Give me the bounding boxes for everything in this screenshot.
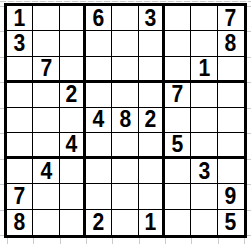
cell-r4c6[interactable] <box>139 83 165 108</box>
screenshot: 16373871274824543798215 <box>0 0 251 244</box>
cell-r5c5: 8 <box>112 108 138 133</box>
given-digit: 7 <box>225 7 237 30</box>
cell-r6c3: 4 <box>60 133 86 159</box>
given-digit: 4 <box>40 160 52 183</box>
given-digit: 8 <box>225 32 237 55</box>
cell-r5c8[interactable] <box>191 108 217 133</box>
given-digit: 2 <box>65 83 77 106</box>
cell-r9c1: 8 <box>7 210 33 235</box>
cell-r4c4[interactable] <box>86 83 112 108</box>
given-digit: 5 <box>225 211 237 234</box>
cell-r4c5[interactable] <box>112 83 138 108</box>
cell-r8c3[interactable] <box>60 184 86 209</box>
given-digit: 9 <box>225 185 237 208</box>
spreadsheet-gridline-tick <box>191 238 192 244</box>
spreadsheet-gridline-top <box>0 1 251 2</box>
cell-r1c2[interactable] <box>33 6 59 31</box>
cell-r2c5[interactable] <box>112 31 138 56</box>
cell-r9c4: 2 <box>86 210 112 235</box>
cell-r3c8: 1 <box>191 57 217 83</box>
cell-r9c7[interactable] <box>165 210 191 235</box>
cell-r1c3[interactable] <box>60 6 86 31</box>
spreadsheet-gridline-tick <box>86 238 87 244</box>
cell-r3c1[interactable] <box>7 57 33 83</box>
given-digit: 7 <box>40 57 52 80</box>
spreadsheet-gridline-tick <box>247 108 251 109</box>
cell-r9c3[interactable] <box>60 210 86 235</box>
cell-r2c7[interactable] <box>165 31 191 56</box>
spreadsheet-gridline-tick <box>0 108 4 109</box>
cell-r3c5[interactable] <box>112 57 138 83</box>
spreadsheet-gridline-tick <box>7 238 8 244</box>
cell-r8c9: 9 <box>218 184 244 209</box>
cell-r5c7[interactable] <box>165 108 191 133</box>
cell-r5c1[interactable] <box>7 108 33 133</box>
cell-r1c7[interactable] <box>165 6 191 31</box>
spreadsheet-gridline-tick <box>247 82 251 83</box>
cell-r4c9[interactable] <box>218 83 244 108</box>
cell-r6c2[interactable] <box>33 133 59 159</box>
spreadsheet-gridline-tick <box>0 159 4 160</box>
cell-r2c2[interactable] <box>33 31 59 56</box>
spreadsheet-gridline-tick <box>244 238 245 244</box>
spreadsheet-gridline-tick <box>247 159 251 160</box>
spreadsheet-gridline-tick <box>165 238 166 244</box>
given-digit: 2 <box>93 211 105 234</box>
spreadsheet-gridline-tick <box>247 31 251 32</box>
spreadsheet-gridline-tick <box>218 238 219 244</box>
spreadsheet-gridline-tick <box>60 238 61 244</box>
cell-r8c5[interactable] <box>112 184 138 209</box>
cell-r3c4[interactable] <box>86 57 112 83</box>
given-digit: 1 <box>198 57 210 80</box>
spreadsheet-gridline-tick <box>247 6 251 7</box>
cell-r6c7: 5 <box>165 133 191 159</box>
cell-r3c7[interactable] <box>165 57 191 83</box>
cell-r5c4: 4 <box>86 108 112 133</box>
given-digit: 7 <box>172 83 184 106</box>
given-digit: 3 <box>198 160 210 183</box>
cell-r6c4[interactable] <box>86 133 112 159</box>
given-digit: 5 <box>172 133 184 156</box>
cell-r9c6: 1 <box>139 210 165 235</box>
cell-r1c5[interactable] <box>112 6 138 31</box>
cell-r6c5[interactable] <box>112 133 138 159</box>
given-digit: 1 <box>144 211 156 234</box>
cell-r4c8[interactable] <box>191 83 217 108</box>
cell-r1c4: 6 <box>86 6 112 31</box>
cell-r8c2[interactable] <box>33 184 59 209</box>
cell-r2c9: 8 <box>218 31 244 56</box>
cell-r3c3[interactable] <box>60 57 86 83</box>
spreadsheet-gridline-tick <box>0 210 4 211</box>
cell-r7c8: 3 <box>191 159 217 184</box>
cell-r8c4[interactable] <box>86 184 112 209</box>
spreadsheet-gridline-tick <box>247 57 251 58</box>
cell-r8c6[interactable] <box>139 184 165 209</box>
spreadsheet-gridline-tick <box>0 235 4 236</box>
cell-r3c6[interactable] <box>139 57 165 83</box>
given-digit: 4 <box>93 108 105 131</box>
cell-r1c9: 7 <box>218 6 244 31</box>
cell-r5c9[interactable] <box>218 108 244 133</box>
spreadsheet-gridline-tick <box>0 184 4 185</box>
cell-r9c5[interactable] <box>112 210 138 235</box>
cell-r8c8[interactable] <box>191 184 217 209</box>
spreadsheet-gridline-tick <box>139 238 140 244</box>
cell-r7c7[interactable] <box>165 159 191 184</box>
given-digit: 3 <box>14 32 26 55</box>
given-digit: 7 <box>14 185 26 208</box>
cell-r5c2[interactable] <box>33 108 59 133</box>
cell-r8c1: 7 <box>7 184 33 209</box>
given-digit: 8 <box>14 211 26 234</box>
spreadsheet-gridline-tick <box>0 133 4 134</box>
given-digit: 3 <box>144 7 156 30</box>
sudoku-board: 16373871274824543798215 <box>4 3 247 238</box>
spreadsheet-gridline-tick <box>33 238 34 244</box>
cell-r4c1[interactable] <box>7 83 33 108</box>
cell-r7c6[interactable] <box>139 159 165 184</box>
spreadsheet-gridline-tick <box>247 210 251 211</box>
spreadsheet-gridline-tick <box>0 57 4 58</box>
cell-r7c2: 4 <box>33 159 59 184</box>
spreadsheet-gridline-tick <box>0 31 4 32</box>
given-digit: 8 <box>119 108 131 131</box>
cell-r7c1[interactable] <box>7 159 33 184</box>
cell-r9c2[interactable] <box>33 210 59 235</box>
given-digit: 6 <box>93 7 105 30</box>
cell-r1c8[interactable] <box>191 6 217 31</box>
cell-r2c4[interactable] <box>86 31 112 56</box>
cell-r3c9[interactable] <box>218 57 244 83</box>
given-digit: 2 <box>144 108 156 131</box>
cell-r2c8[interactable] <box>191 31 217 56</box>
cell-r7c4[interactable] <box>86 159 112 184</box>
cell-r8c7[interactable] <box>165 184 191 209</box>
cell-r6c9[interactable] <box>218 133 244 159</box>
cell-r5c6: 2 <box>139 108 165 133</box>
given-digit: 4 <box>65 133 77 156</box>
cell-r2c6[interactable] <box>139 31 165 56</box>
cell-r9c8[interactable] <box>191 210 217 235</box>
cell-r7c5[interactable] <box>112 159 138 184</box>
cell-r4c3: 2 <box>60 83 86 108</box>
cell-r3c2: 7 <box>33 57 59 83</box>
cell-r1c6: 3 <box>139 6 165 31</box>
cell-r2c1: 3 <box>7 31 33 56</box>
spreadsheet-gridline-tick <box>0 6 4 7</box>
spreadsheet-gridline-tick <box>0 82 4 83</box>
cell-r9c9: 5 <box>218 210 244 235</box>
cell-r7c9[interactable] <box>218 159 244 184</box>
cell-r5c3[interactable] <box>60 108 86 133</box>
cell-r6c1[interactable] <box>7 133 33 159</box>
spreadsheet-gridline-tick <box>247 235 251 236</box>
cell-r6c6[interactable] <box>139 133 165 159</box>
cell-r6c8[interactable] <box>191 133 217 159</box>
cell-r7c3[interactable] <box>60 159 86 184</box>
spreadsheet-gridline-tick <box>247 133 251 134</box>
cell-r4c2[interactable] <box>33 83 59 108</box>
given-digit: 1 <box>14 7 26 30</box>
cell-r1c1: 1 <box>7 6 33 31</box>
cell-r4c7: 7 <box>165 83 191 108</box>
spreadsheet-gridline-tick <box>112 238 113 244</box>
cell-r2c3[interactable] <box>60 31 86 56</box>
spreadsheet-gridline-tick <box>247 184 251 185</box>
